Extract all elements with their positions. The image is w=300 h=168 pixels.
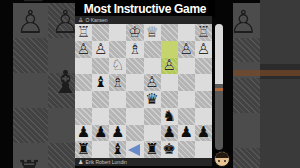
square-f2[interactable]	[109, 41, 126, 58]
black-piece-p: ♟	[195, 125, 212, 142]
background-orange-band	[233, 70, 300, 76]
square-g2[interactable]: ♙	[92, 41, 109, 58]
square-h7[interactable]: ♟	[75, 125, 92, 142]
square-f6[interactable]	[109, 108, 126, 125]
square-c6[interactable]: ♞	[161, 108, 178, 125]
bg-white-pawn-icon: ♙	[51, 6, 75, 38]
square-d1[interactable]: ♕	[144, 24, 161, 41]
black-piece-p: ♟	[178, 125, 195, 142]
white-piece-p: ♙	[144, 74, 161, 91]
background-board-left: ♖ ♙ ♙ ♝ ♜	[13, 0, 75, 168]
square-h2[interactable]: ♙	[75, 41, 92, 58]
square-f1[interactable]	[109, 24, 126, 41]
black-piece-p: ♟	[109, 125, 126, 142]
square-c5[interactable]	[161, 91, 178, 108]
bg-black-rook-icon: ♜	[15, 156, 44, 168]
square-g3[interactable]	[92, 58, 109, 75]
square-b5[interactable]	[178, 91, 195, 108]
square-d8[interactable]: ♜	[144, 141, 161, 158]
black-piece-p: ♟	[161, 125, 178, 142]
square-g7[interactable]: ♟	[92, 125, 109, 142]
white-piece-r: ♖	[195, 24, 212, 41]
square-g4[interactable]: ♝	[92, 74, 109, 91]
avatar-eye	[218, 160, 220, 162]
black-piece-k: ♚	[161, 141, 178, 158]
eval-gauge-white-share	[215, 24, 223, 84]
square-a1[interactable]: ♖	[195, 24, 212, 41]
square-e3[interactable]	[126, 58, 143, 75]
square-e5[interactable]	[126, 91, 143, 108]
bg-white-pawn-icon: ♙	[233, 6, 258, 38]
square-d7[interactable]	[144, 125, 161, 142]
square-b1[interactable]	[178, 24, 195, 41]
square-e1[interactable]: ♔	[126, 24, 143, 41]
black-piece-b: ♝	[109, 141, 126, 158]
square-c1[interactable]	[161, 24, 178, 41]
bg-black-bishop-icon: ♝	[51, 66, 75, 98]
player-bar-black: ♟ Erik Robert Lundin	[75, 158, 212, 166]
player-bar-white: ♙ O Kansen	[75, 16, 212, 24]
square-b4[interactable]	[178, 74, 195, 91]
square-h8[interactable]: ♜	[75, 141, 92, 158]
square-a7[interactable]: ♟	[195, 125, 212, 142]
black-piece-r: ♜	[75, 141, 92, 158]
square-e7[interactable]	[126, 125, 143, 142]
square-c3[interactable]: ♙	[161, 58, 178, 75]
black-piece-q: ♛	[144, 91, 161, 108]
move-arrow-icon	[128, 144, 140, 156]
square-g5[interactable]	[92, 91, 109, 108]
square-h5[interactable]	[75, 91, 92, 108]
white-player-name: O Kansen	[85, 16, 107, 24]
square-f3[interactable]: ♘	[109, 58, 126, 75]
white-piece-p: ♙	[92, 41, 109, 58]
white-piece-n: ♘	[109, 58, 126, 75]
avatar-eye	[224, 160, 226, 162]
white-piece-b: ♗	[126, 41, 143, 58]
streamer-avatar	[214, 151, 230, 167]
square-a8[interactable]	[195, 141, 212, 158]
square-b3[interactable]	[178, 58, 195, 75]
square-h6[interactable]	[75, 108, 92, 125]
black-pawn-icon: ♟	[78, 158, 83, 166]
square-a6[interactable]	[195, 108, 212, 125]
white-piece-p: ♙	[178, 41, 195, 58]
black-piece-n: ♞	[161, 108, 178, 125]
square-c7[interactable]: ♟	[161, 125, 178, 142]
video-title: Most Instructive Game	[84, 2, 206, 16]
square-d6[interactable]	[144, 108, 161, 125]
black-piece-r: ♜	[144, 141, 161, 158]
square-e4[interactable]	[126, 74, 143, 91]
square-d4[interactable]: ♙	[144, 74, 161, 91]
square-b8[interactable]	[178, 141, 195, 158]
square-b2[interactable]: ♙	[178, 41, 195, 58]
square-f4[interactable]: ♗	[109, 74, 126, 91]
white-piece-b: ♗	[109, 74, 126, 91]
square-f8[interactable]: ♝	[109, 141, 126, 158]
square-c4[interactable]	[161, 74, 178, 91]
white-piece-k: ♔	[126, 24, 143, 41]
square-h4[interactable]	[75, 74, 92, 91]
black-player-name: Erik Robert Lundin	[85, 158, 126, 166]
white-piece-q: ♕	[144, 24, 161, 41]
square-d5[interactable]: ♛	[144, 91, 161, 108]
square-b7[interactable]: ♟	[178, 125, 195, 142]
square-a2[interactable]: ♙	[195, 41, 212, 58]
square-g1[interactable]	[92, 24, 109, 41]
white-piece-p: ♙	[161, 58, 178, 75]
square-c2[interactable]	[161, 41, 178, 58]
square-b6[interactable]	[178, 108, 195, 125]
square-d3[interactable]	[144, 58, 161, 75]
square-f7[interactable]: ♟	[109, 125, 126, 142]
white-piece-r: ♖	[75, 24, 92, 41]
square-d2[interactable]	[144, 41, 161, 58]
square-a5[interactable]	[195, 91, 212, 108]
video-frame: ♖ ♙ ♙ ♝ ♜ ♖ ♙ Most Instructive Game ♙ O …	[0, 0, 300, 168]
square-h1[interactable]: ♖	[75, 24, 92, 41]
title-band: Most Instructive Game	[75, 0, 215, 17]
square-a4[interactable]	[195, 74, 212, 91]
black-piece-b: ♝	[92, 74, 109, 91]
avatar-hair	[215, 152, 229, 158]
square-a3[interactable]	[195, 58, 212, 75]
square-c8[interactable]: ♚	[161, 141, 178, 158]
eval-gauge-tick	[215, 88, 223, 91]
square-e8[interactable]	[126, 141, 143, 158]
square-g6[interactable]	[92, 108, 109, 125]
square-e6[interactable]	[126, 108, 143, 125]
white-piece-p: ♙	[75, 41, 92, 58]
bg-white-pawn-icon: ♙	[16, 6, 45, 38]
chess-board[interactable]: ♖♔♕♖♙♙♗♙♙♘♙♝♗♙♛♞♟♟♟♟♟♟♜♝♜♚	[75, 24, 212, 158]
square-e2[interactable]: ♗	[126, 41, 143, 58]
black-piece-p: ♟	[92, 125, 109, 142]
eval-gauge	[215, 24, 223, 150]
white-pawn-icon: ♙	[78, 16, 83, 24]
white-piece-p: ♙	[195, 41, 212, 58]
black-piece-p: ♟	[75, 125, 92, 142]
square-h3[interactable]	[75, 58, 92, 75]
square-f5[interactable]	[109, 91, 126, 108]
square-g8[interactable]	[92, 141, 109, 158]
background-board-right: ♖ ♙	[233, 0, 300, 168]
